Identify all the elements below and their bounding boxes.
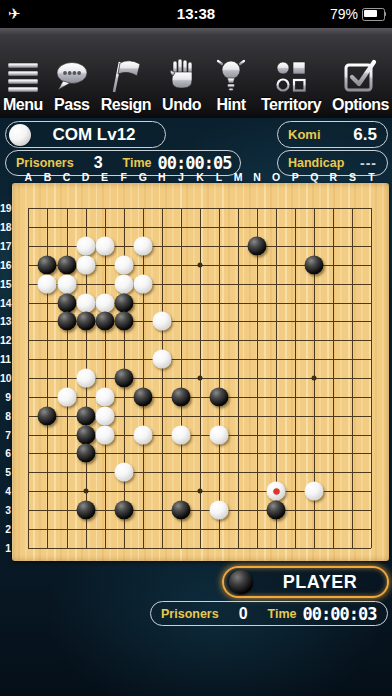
- white-stone-icon: [9, 124, 31, 146]
- options-button[interactable]: Options: [331, 56, 390, 118]
- row-label: 12: [0, 334, 11, 346]
- grid-line: [28, 397, 371, 398]
- hint-label: Hint: [216, 96, 245, 114]
- undo-label: Undo: [162, 96, 201, 114]
- star-point: [197, 376, 202, 381]
- stone-white: [95, 406, 114, 425]
- stone-white: [133, 237, 152, 256]
- speech-bubble-icon: [54, 56, 90, 94]
- menu-label: Menu: [3, 96, 43, 114]
- grid-line: [371, 208, 372, 547]
- row-label: 4: [0, 485, 11, 497]
- stone-white: [38, 274, 57, 293]
- stone-white: [152, 312, 171, 331]
- stone-white: [57, 274, 76, 293]
- stone-white: [95, 425, 114, 444]
- white-prisoners-count: 3: [94, 154, 103, 172]
- row-label: 14: [0, 297, 11, 309]
- stone-white: [210, 501, 229, 520]
- col-label: P: [292, 171, 299, 183]
- col-label: E: [101, 171, 108, 183]
- stone-black: [95, 312, 114, 331]
- last-move-marker: [273, 488, 279, 494]
- row-label: 13: [0, 315, 11, 327]
- white-time-label: Time: [123, 156, 152, 170]
- col-label: F: [120, 171, 126, 183]
- resign-label: Resign: [101, 96, 151, 114]
- stone-white: [305, 482, 324, 501]
- komi-label: Komi: [288, 127, 321, 142]
- stone-white: [95, 237, 114, 256]
- stone-black: [57, 255, 76, 274]
- star-point: [83, 489, 88, 494]
- go-board[interactable]: [12, 183, 389, 561]
- col-label: C: [63, 171, 71, 183]
- battery-percent: 79%: [330, 6, 358, 22]
- stone-black: [76, 425, 95, 444]
- star-point: [312, 376, 317, 381]
- stone-black: [76, 406, 95, 425]
- col-label: T: [368, 171, 374, 183]
- toolbar: Menu Pass Resign Undo: [0, 28, 392, 118]
- black-stone-icon: [229, 570, 253, 594]
- stone-white: [76, 255, 95, 274]
- stone-white: [133, 274, 152, 293]
- stone-white: [76, 293, 95, 312]
- stone-black: [38, 255, 57, 274]
- stone-black: [114, 293, 133, 312]
- stone-black: [210, 387, 229, 406]
- stone-white: [114, 463, 133, 482]
- undo-button[interactable]: Undo: [161, 56, 202, 118]
- stone-white: [133, 425, 152, 444]
- hand-icon: [166, 56, 198, 94]
- stone-black: [114, 369, 133, 388]
- territory-label: Territory: [261, 96, 321, 114]
- row-label: 15: [0, 278, 11, 290]
- col-label: Q: [310, 171, 318, 183]
- col-label: M: [234, 171, 243, 183]
- stone-black: [76, 501, 95, 520]
- territory-shapes-icon: [274, 56, 308, 94]
- row-label: 1: [0, 542, 11, 554]
- black-prisoners-count: 0: [239, 605, 248, 623]
- col-label: N: [253, 171, 261, 183]
- stone-black: [76, 444, 95, 463]
- stone-white: [171, 425, 190, 444]
- row-label: 10: [0, 372, 11, 384]
- grid-line: [333, 208, 334, 547]
- col-label: A: [25, 171, 33, 183]
- row-label: 16: [0, 259, 11, 271]
- stone-white: [95, 293, 114, 312]
- resign-button[interactable]: Resign: [100, 56, 152, 118]
- white-player-box: COM Lv12: [5, 121, 166, 148]
- row-label: 18: [0, 221, 11, 233]
- row-label: 6: [0, 447, 11, 459]
- stone-black: [38, 406, 57, 425]
- stone-white: [76, 237, 95, 256]
- col-label: R: [330, 171, 338, 183]
- row-label: 19: [0, 202, 11, 214]
- col-label: J: [178, 171, 184, 183]
- stone-black: [305, 255, 324, 274]
- stone-white: [210, 425, 229, 444]
- stone-black: [248, 237, 267, 256]
- grid-line: [28, 472, 371, 473]
- row-label: 2: [0, 523, 11, 535]
- col-label: O: [272, 171, 280, 183]
- pass-button[interactable]: Pass: [53, 56, 91, 118]
- row-label: 17: [0, 240, 11, 252]
- grid-line: [295, 208, 296, 547]
- lightbulb-icon: [212, 56, 250, 94]
- stone-white: [152, 350, 171, 369]
- options-label: Options: [332, 96, 389, 114]
- stone-white: [114, 255, 133, 274]
- row-label: 8: [0, 410, 11, 422]
- stone-white: [267, 482, 286, 501]
- grid-line: [238, 208, 239, 547]
- stone-black: [171, 387, 190, 406]
- black-time-label: Time: [268, 607, 297, 621]
- col-label: G: [139, 171, 147, 183]
- col-label: L: [216, 171, 222, 183]
- row-label: 5: [0, 466, 11, 478]
- col-label: K: [196, 171, 204, 183]
- stone-black: [57, 293, 76, 312]
- row-label: 9: [0, 391, 11, 403]
- komi-box: Komi 6.5: [277, 121, 388, 148]
- white-player-name: COM Lv12: [31, 125, 157, 145]
- stone-white: [57, 387, 76, 406]
- menu-button[interactable]: Menu: [2, 56, 44, 118]
- stone-black: [133, 387, 152, 406]
- col-label: D: [82, 171, 90, 183]
- black-player-name: PLAYER: [253, 572, 387, 593]
- stone-black: [171, 501, 190, 520]
- grid-line: [28, 529, 371, 530]
- stone-white: [95, 387, 114, 406]
- grid-line: [257, 208, 258, 547]
- stone-black: [114, 501, 133, 520]
- row-label: 3: [0, 504, 11, 516]
- black-time-value: 00:00:03: [303, 604, 377, 624]
- battery-icon: [362, 8, 386, 20]
- star-point: [197, 489, 202, 494]
- black-player-box: PLAYER: [222, 566, 389, 598]
- black-prisoners-label: Prisoners: [161, 607, 219, 621]
- grid-line: [28, 548, 371, 549]
- stone-white: [76, 369, 95, 388]
- flag-icon: [107, 56, 145, 94]
- stone-black: [76, 312, 95, 331]
- white-time-value: 00:00:05: [158, 153, 232, 173]
- territory-button[interactable]: Territory: [260, 56, 322, 118]
- row-label: 11: [0, 353, 11, 365]
- col-label: H: [158, 171, 166, 183]
- grid-line: [352, 208, 353, 547]
- col-label: S: [349, 171, 356, 183]
- checkbox-icon: [342, 56, 378, 94]
- col-label: B: [44, 171, 52, 183]
- stone-black: [57, 312, 76, 331]
- stone-white: [114, 274, 133, 293]
- hint-button[interactable]: Hint: [211, 56, 251, 118]
- pass-label: Pass: [54, 96, 89, 114]
- status-bar: ✈ 13:38 79%: [0, 0, 392, 28]
- handicap-label: Handicap: [288, 156, 344, 170]
- grid-line: [219, 208, 220, 547]
- menu-icon: [5, 56, 41, 94]
- stone-black: [267, 501, 286, 520]
- black-prisoners-box: Prisoners 0 Time 00:00:03: [150, 601, 388, 626]
- white-prisoners-label: Prisoners: [16, 156, 74, 170]
- komi-value: 6.5: [321, 125, 378, 145]
- row-label: 7: [0, 429, 11, 441]
- handicap-value: ---: [344, 155, 377, 171]
- star-point: [197, 262, 202, 267]
- stone-black: [114, 312, 133, 331]
